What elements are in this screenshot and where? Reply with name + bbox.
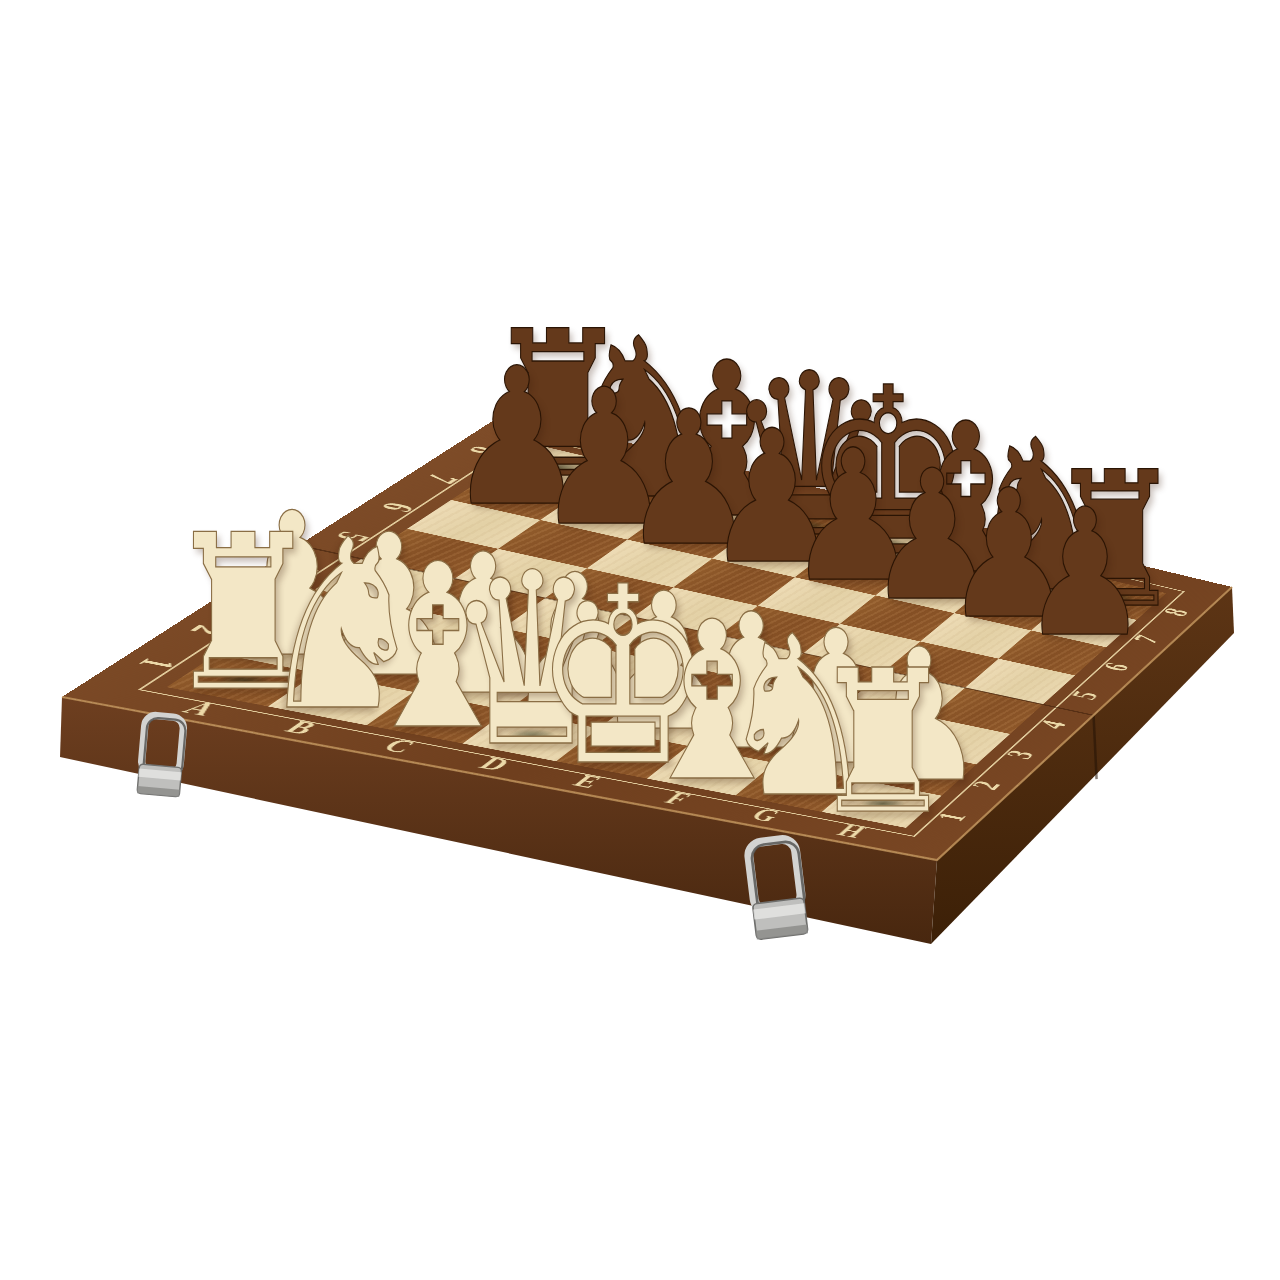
clasp-left: [137, 714, 187, 797]
board-edge-highlight: [62, 587, 1232, 860]
clasp-right: [745, 838, 808, 940]
product-photo-stage: ABCDEFGH1122334455667788 ♜♞♝♛♚♝♞♜♟♟♟♟♟♟♟…: [0, 0, 1280, 1280]
board-hardware: [0, 0, 1280, 1280]
